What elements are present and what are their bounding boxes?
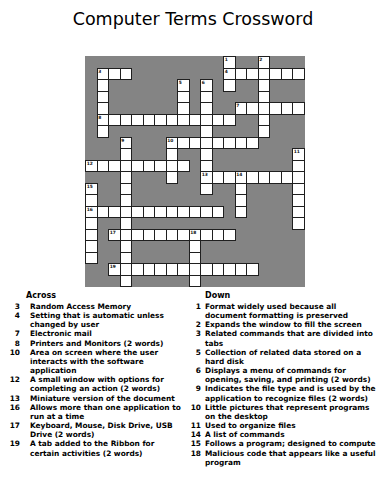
grid-cell-r6c15[interactable]	[258, 125, 271, 138]
grid-cell-r13c13[interactable]	[235, 206, 248, 219]
grid-cell-r1c18[interactable]	[292, 68, 305, 81]
down-clue-text-11: Used to organize files	[205, 421, 380, 430]
page-title: Computer Terms Crossword	[0, 9, 386, 29]
across-header: Across	[26, 291, 184, 301]
down-clue-1: 1Format widely used because all document…	[187, 302, 380, 320]
grid-cell-r17c0[interactable]	[85, 252, 98, 265]
across-clue-text-12: A small window with options for completi…	[30, 375, 184, 393]
across-clue-17: 17Keyboard, Mouse, Disk Drive, USB Drive…	[6, 421, 184, 439]
down-clue-14: 14A list of commands	[187, 430, 380, 439]
cell-number-8: 8	[98, 115, 101, 120]
down-clue-18: 18Malicious code that appears like a use…	[187, 449, 380, 467]
down-clue-text-18: Malicious code that appears like a usefu…	[205, 449, 380, 467]
down-clue-number-18: 18	[187, 449, 201, 467]
across-clue-8: 8Printers and Monitors (2 words)	[6, 339, 184, 348]
down-clue-number-10: 10	[187, 403, 201, 421]
down-clue-5: 5Collection of related data stored on a …	[187, 348, 380, 366]
across-clue-number-12: 12	[6, 375, 20, 393]
grid-cell-r18c14[interactable]	[246, 263, 259, 276]
across-clue-number-17: 17	[6, 421, 20, 439]
across-clue-number-19: 19	[6, 439, 20, 457]
down-clue-3: 3Related commands that are divided into …	[187, 329, 380, 347]
cell-number-16: 16	[87, 207, 93, 212]
down-clue-text-14: A list of commands	[205, 430, 380, 439]
cell-number-2: 2	[259, 57, 262, 62]
across-clue-number-16: 16	[6, 403, 20, 421]
across-clue-10: 10Area on screen where the user interact…	[6, 348, 184, 375]
down-clue-number-11: 11	[187, 421, 201, 430]
down-clue-text-5: Collection of related data stored on a h…	[205, 348, 380, 366]
across-clue-text-10: Area on screen where the user interacts …	[30, 348, 184, 375]
grid-cell-r13c11[interactable]	[212, 206, 225, 219]
cell-number-12: 12	[87, 161, 93, 166]
cell-number-6: 6	[202, 80, 205, 85]
across-clue-text-19: A tab added to the Ribbon for certain ac…	[30, 439, 184, 457]
grid-cell-r6c1[interactable]	[97, 125, 110, 138]
cell-number-13: 13	[202, 172, 208, 177]
grid-cell-r1c3[interactable]	[120, 68, 133, 81]
grid-cell-r10c7[interactable]	[166, 171, 179, 184]
across-clue-text-13: Miniature version of the document	[30, 394, 184, 403]
grid-cell-r14c18[interactable]	[292, 217, 305, 230]
across-clue-text-17: Keyboard, Mouse, Disk Drive, USB Drive (…	[30, 421, 184, 439]
cell-number-9: 9	[121, 138, 124, 143]
down-clue-number-6: 6	[187, 366, 201, 384]
down-clue-number-2: 2	[187, 320, 201, 329]
down-clue-11: 11Used to organize files	[187, 421, 380, 430]
grid-cell-r9c8[interactable]	[177, 160, 190, 173]
cell-number-18: 18	[190, 230, 196, 235]
down-clue-number-1: 1	[187, 302, 201, 320]
grid-cell-r4c18[interactable]	[292, 102, 305, 115]
cell-number-1: 1	[225, 57, 228, 62]
down-clue-number-5: 5	[187, 348, 201, 366]
down-clues-section: Down 1Format widely used because all doc…	[187, 291, 380, 467]
across-clues-section: Across 3Random Access Memory4Setting tha…	[6, 291, 184, 458]
down-clue-text-15: Follows a program; designed to compute	[205, 439, 380, 448]
across-clue-4: 4Setting that is automatic unless change…	[6, 311, 184, 329]
down-clue-number-3: 3	[187, 329, 201, 347]
across-clue-number-13: 13	[6, 394, 20, 403]
cell-number-11: 11	[294, 149, 300, 154]
across-clue-19: 19A tab added to the Ribbon for certain …	[6, 439, 184, 457]
down-clue-text-2: Expands the window to fill the screen	[205, 320, 380, 329]
across-clue-16: 16Allows more than one application to ru…	[6, 403, 184, 421]
cell-number-10: 10	[167, 138, 173, 143]
down-clue-list: 1Format widely used because all document…	[187, 302, 380, 467]
cell-number-4: 4	[225, 69, 228, 74]
down-clue-10: 10Little pictures that represent program…	[187, 403, 380, 421]
down-clue-text-6: Displays a menu of commands for opening,…	[205, 366, 380, 384]
across-clue-text-4: Setting that is automatic unless changed…	[30, 311, 184, 329]
grid-cell-r11c10[interactable]	[200, 183, 213, 196]
across-clue-number-10: 10	[6, 348, 20, 375]
cell-number-17: 17	[110, 230, 116, 235]
across-clue-text-8: Printers and Monitors (2 words)	[30, 339, 184, 348]
down-clue-number-15: 15	[187, 439, 201, 448]
cell-number-5: 5	[179, 80, 182, 85]
cell-number-15: 15	[87, 184, 93, 189]
down-clue-text-1: Format widely used because all document …	[205, 302, 380, 320]
across-clue-7: 7Electronic mail	[6, 329, 184, 338]
down-clue-6: 6Displays a menu of commands for opening…	[187, 366, 380, 384]
down-clue-text-3: Related commands that are divided into t…	[205, 329, 380, 347]
across-clue-3: 3Random Access Memory	[6, 302, 184, 311]
down-clue-number-14: 14	[187, 430, 201, 439]
cell-number-7: 7	[236, 103, 239, 108]
grid-cell-r7c14[interactable]	[246, 137, 259, 150]
across-clue-13: 13Miniature version of the document	[6, 394, 184, 403]
across-clue-text-16: Allows more than one application to run …	[30, 403, 184, 421]
down-clue-2: 2Expands the window to fill the screen	[187, 320, 380, 329]
grid-cell-r2c12[interactable]	[223, 79, 236, 92]
down-header: Down	[205, 291, 380, 301]
grid-cell-r19c3[interactable]	[120, 275, 133, 288]
down-clue-text-9: Indicates the file type and is used by t…	[205, 384, 380, 402]
cell-number-14: 14	[236, 172, 242, 177]
grid-cell-r19c9[interactable]	[189, 275, 202, 288]
grid-cell-r5c12[interactable]	[223, 114, 236, 127]
across-clue-text-7: Electronic mail	[30, 329, 184, 338]
grid-cell-r15c12[interactable]	[223, 229, 236, 242]
across-clue-number-4: 4	[6, 311, 20, 329]
down-clue-text-10: Little pictures that represent programs …	[205, 403, 380, 421]
across-clue-number-8: 8	[6, 339, 20, 348]
cell-number-3: 3	[98, 69, 101, 74]
down-clue-9: 9Indicates the file type and is used by …	[187, 384, 380, 402]
across-clue-list: 3Random Access Memory4Setting that is au…	[6, 302, 184, 458]
crossword-grid: 12345678910111213141516171819	[85, 56, 305, 287]
down-clue-number-9: 9	[187, 384, 201, 402]
across-clue-number-3: 3	[6, 302, 20, 311]
across-clue-number-7: 7	[6, 329, 20, 338]
across-clue-12: 12A small window with options for comple…	[6, 375, 184, 393]
across-clue-text-3: Random Access Memory	[30, 302, 184, 311]
down-clue-15: 15Follows a program; designed to compute	[187, 439, 380, 448]
cell-number-19: 19	[110, 264, 116, 269]
